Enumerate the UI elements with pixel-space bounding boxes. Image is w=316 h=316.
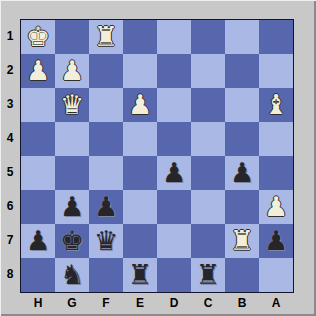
black-rook: ♜ <box>191 258 225 292</box>
white-bishop: ♝ <box>259 88 293 122</box>
square-c7[interactable] <box>191 224 225 258</box>
file-label-e: E <box>123 293 157 313</box>
white-king: ♚ <box>21 20 55 54</box>
square-g6[interactable]: ♟ <box>55 190 89 224</box>
square-d8[interactable] <box>157 258 191 292</box>
square-d3[interactable] <box>157 88 191 122</box>
square-c4[interactable] <box>191 122 225 156</box>
square-f7[interactable]: ♛ <box>89 224 123 258</box>
white-queen: ♛ <box>55 88 89 122</box>
rank-label-3: 3 <box>0 87 20 121</box>
rank-label-7: 7 <box>0 223 20 257</box>
file-label-b: B <box>225 293 259 313</box>
square-d7[interactable] <box>157 224 191 258</box>
square-e3[interactable]: ♟ <box>123 88 157 122</box>
white-pawn: ♟ <box>259 190 293 224</box>
square-b5[interactable]: ♟ <box>225 156 259 190</box>
black-king: ♚ <box>55 224 89 258</box>
black-pawn: ♟ <box>55 190 89 224</box>
black-pawn: ♟ <box>157 156 191 190</box>
square-a8[interactable] <box>259 258 293 292</box>
square-h3[interactable] <box>21 88 55 122</box>
square-g5[interactable] <box>55 156 89 190</box>
square-c8[interactable]: ♜ <box>191 258 225 292</box>
square-b6[interactable] <box>225 190 259 224</box>
square-g4[interactable] <box>55 122 89 156</box>
square-g1[interactable] <box>55 20 89 54</box>
square-e5[interactable] <box>123 156 157 190</box>
square-h4[interactable] <box>21 122 55 156</box>
square-g7[interactable]: ♚ <box>55 224 89 258</box>
white-rook: ♜ <box>225 224 259 258</box>
square-b2[interactable] <box>225 54 259 88</box>
file-label-g: G <box>55 293 89 313</box>
square-h2[interactable]: ♟ <box>21 54 55 88</box>
square-e1[interactable] <box>123 20 157 54</box>
black-pawn: ♟ <box>225 156 259 190</box>
square-g3[interactable]: ♛ <box>55 88 89 122</box>
square-h5[interactable] <box>21 156 55 190</box>
square-e7[interactable] <box>123 224 157 258</box>
square-f4[interactable] <box>89 122 123 156</box>
square-g8[interactable]: ♞ <box>55 258 89 292</box>
file-label-d: D <box>157 293 191 313</box>
square-d6[interactable] <box>157 190 191 224</box>
square-d1[interactable] <box>157 20 191 54</box>
square-c6[interactable] <box>191 190 225 224</box>
black-rook: ♜ <box>123 258 157 292</box>
rank-label-6: 6 <box>0 189 20 223</box>
square-f8[interactable] <box>89 258 123 292</box>
square-b7[interactable]: ♜ <box>225 224 259 258</box>
rank-label-4: 4 <box>0 121 20 155</box>
white-rook: ♜ <box>89 20 123 54</box>
square-f6[interactable]: ♟ <box>89 190 123 224</box>
black-pawn: ♟ <box>21 224 55 258</box>
square-c2[interactable] <box>191 54 225 88</box>
square-h8[interactable] <box>21 258 55 292</box>
square-a3[interactable]: ♝ <box>259 88 293 122</box>
square-b3[interactable] <box>225 88 259 122</box>
square-b1[interactable] <box>225 20 259 54</box>
square-h6[interactable] <box>21 190 55 224</box>
square-h7[interactable]: ♟ <box>21 224 55 258</box>
square-c1[interactable] <box>191 20 225 54</box>
square-a5[interactable] <box>259 156 293 190</box>
square-f5[interactable] <box>89 156 123 190</box>
rank-label-2: 2 <box>0 53 20 87</box>
square-a6[interactable]: ♟ <box>259 190 293 224</box>
square-b4[interactable] <box>225 122 259 156</box>
chessboard-frame: 12345678 HGFEDCBA ♚♜♟♟♛♟♝♟♟♟♟♟♟♚♛♜♟♞♜♜ <box>0 0 316 316</box>
square-b8[interactable] <box>225 258 259 292</box>
chess-board: ♚♜♟♟♛♟♝♟♟♟♟♟♟♚♛♜♟♞♜♜ <box>20 19 294 293</box>
white-pawn: ♟ <box>123 88 157 122</box>
black-pawn: ♟ <box>89 190 123 224</box>
rank-label-1: 1 <box>0 19 20 53</box>
square-a2[interactable] <box>259 54 293 88</box>
white-pawn: ♟ <box>21 54 55 88</box>
file-label-f: F <box>89 293 123 313</box>
rank-label-5: 5 <box>0 155 20 189</box>
square-f3[interactable] <box>89 88 123 122</box>
square-f2[interactable] <box>89 54 123 88</box>
square-d5[interactable]: ♟ <box>157 156 191 190</box>
square-g2[interactable]: ♟ <box>55 54 89 88</box>
square-e2[interactable] <box>123 54 157 88</box>
file-label-a: A <box>259 293 293 313</box>
file-label-c: C <box>191 293 225 313</box>
square-c3[interactable] <box>191 88 225 122</box>
black-pawn: ♟ <box>259 224 293 258</box>
rank-label-8: 8 <box>0 257 20 291</box>
square-h1[interactable]: ♚ <box>21 20 55 54</box>
file-label-h: H <box>21 293 55 313</box>
square-c5[interactable] <box>191 156 225 190</box>
square-f1[interactable]: ♜ <box>89 20 123 54</box>
square-d4[interactable] <box>157 122 191 156</box>
black-knight: ♞ <box>55 258 89 292</box>
square-e8[interactable]: ♜ <box>123 258 157 292</box>
square-e6[interactable] <box>123 190 157 224</box>
square-a1[interactable] <box>259 20 293 54</box>
square-d2[interactable] <box>157 54 191 88</box>
square-a4[interactable] <box>259 122 293 156</box>
square-a7[interactable]: ♟ <box>259 224 293 258</box>
white-pawn: ♟ <box>55 54 89 88</box>
black-queen: ♛ <box>89 224 123 258</box>
square-e4[interactable] <box>123 122 157 156</box>
